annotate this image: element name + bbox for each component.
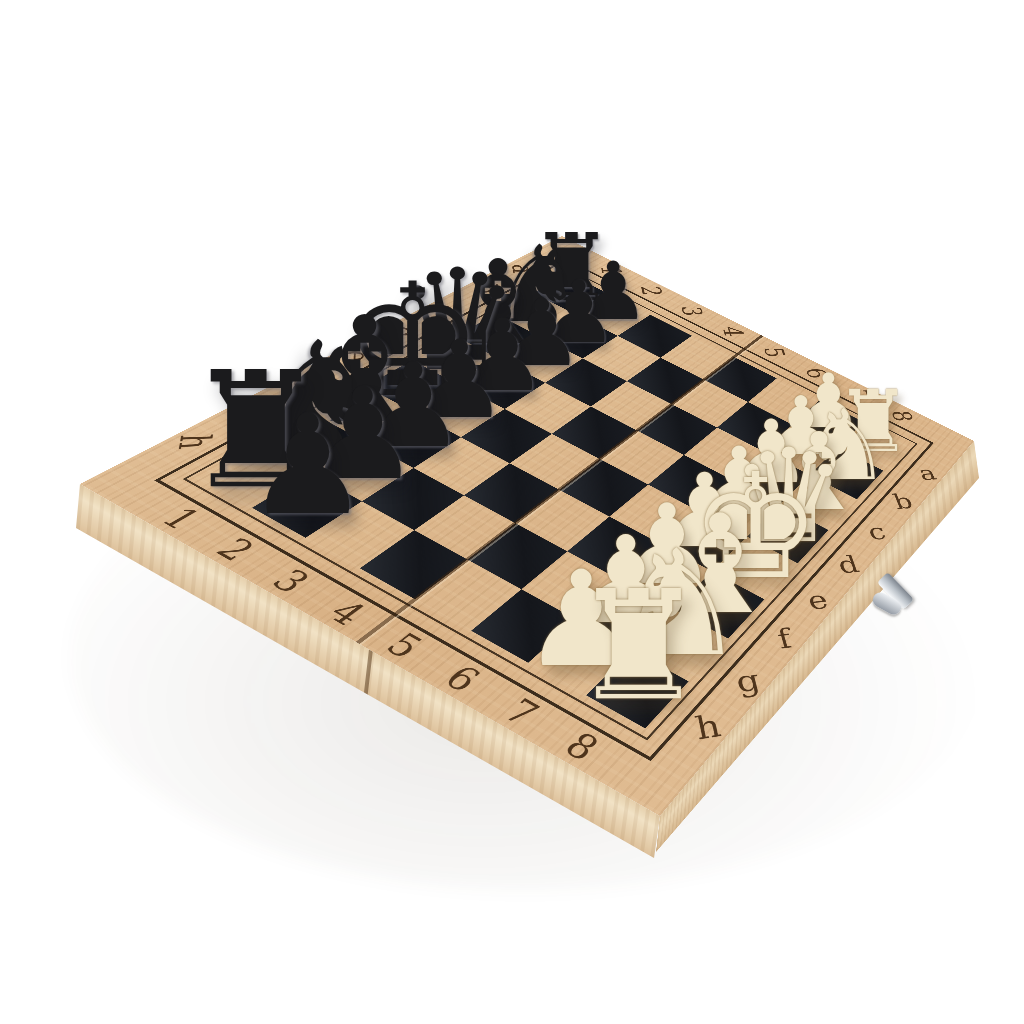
piece-white-rook-h8[interactable]: ♜ xyxy=(571,571,706,722)
piece-black-pawn-h2[interactable]: ♟ xyxy=(246,397,370,535)
pieces-layer: ♜♞♝♛♚♝♞♜♟♟♟♟♟♟♟♟♟♟♟♟♟♟♟♟♜♞♝♛♚♝♞♜ xyxy=(0,0,1024,1024)
chess-set-photo: 11hh22gg33ff44ee55dd66cc77bb88aa ♜♞♝♛♚♝♞… xyxy=(0,0,1024,1024)
metal-clasp[interactable] xyxy=(866,570,922,626)
